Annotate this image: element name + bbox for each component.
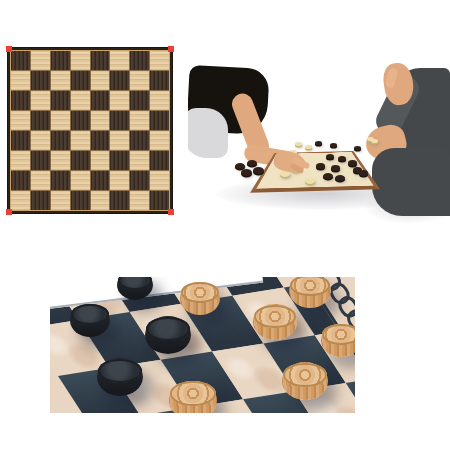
captured-dark-checker	[247, 160, 257, 166]
wood-checker-piece	[169, 381, 217, 414]
diagram-square-g8[interactable]	[130, 51, 149, 70]
red-corner-marker	[6, 209, 12, 215]
diagram-square-f1[interactable]	[110, 191, 129, 210]
light-checker	[305, 178, 315, 184]
diagram-square-d2[interactable]	[71, 171, 90, 190]
diagram-square-a7[interactable]	[11, 71, 30, 90]
diagram-square-a2[interactable]	[11, 171, 30, 190]
diagram-square-b3[interactable]	[31, 151, 50, 170]
diagram-square-f6[interactable]	[110, 91, 129, 110]
diagram-square-b1[interactable]	[31, 191, 50, 210]
page-root: { "game": "checkers (draughts)", "positi…	[0, 0, 450, 450]
diagram-square-a4[interactable]	[11, 131, 30, 150]
diagram-square-h5[interactable]	[150, 111, 169, 130]
diagram-square-h3[interactable]	[150, 151, 169, 170]
diagram-square-e8[interactable]	[91, 51, 110, 70]
diagram-square-a6[interactable]	[11, 91, 30, 110]
diagram-square-e7[interactable]	[91, 71, 110, 90]
diagram-square-c3[interactable]	[51, 151, 70, 170]
product-image-gameplay-photo[interactable]	[188, 62, 450, 228]
diagram-square-a8[interactable]	[11, 51, 30, 70]
red-corner-marker	[6, 46, 12, 52]
wood-checker-piece	[282, 362, 328, 400]
diagram-square-f8[interactable]	[110, 51, 129, 70]
diagram-square-b7[interactable]	[31, 71, 50, 90]
wood-checker-piece	[321, 324, 355, 357]
diagram-square-h7[interactable]	[150, 71, 169, 90]
diagram-square-a1[interactable]	[11, 191, 30, 210]
black-checker-piece	[145, 316, 191, 354]
diagram-square-h8[interactable]	[150, 51, 169, 70]
dark-checker	[330, 143, 337, 147]
light-checker-offboard	[371, 139, 378, 143]
gameplay-pieces-layer	[188, 62, 450, 228]
diagram-square-c4[interactable]	[51, 131, 70, 150]
diagram-square-g7[interactable]	[130, 71, 149, 90]
diagram-square-d5[interactable]	[71, 111, 90, 130]
captured-dark-checker	[241, 169, 252, 176]
dark-checker	[315, 141, 322, 145]
diagram-square-e1[interactable]	[91, 191, 110, 210]
diagram-square-f7[interactable]	[110, 71, 129, 90]
black-checker-piece	[70, 304, 110, 337]
diagram-square-b8[interactable]	[31, 51, 50, 70]
diagram-square-h4[interactable]	[150, 131, 169, 150]
product-image-closeup-photo[interactable]	[50, 277, 355, 413]
diagram-square-d8[interactable]	[71, 51, 90, 70]
diagram-square-h1[interactable]	[150, 191, 169, 210]
diagram-square-h2[interactable]	[150, 171, 169, 190]
diagram-square-g1[interactable]	[130, 191, 149, 210]
wood-checker-piece	[253, 304, 297, 340]
diagram-square-c2[interactable]	[51, 171, 70, 190]
diagram-square-d1[interactable]	[71, 191, 90, 210]
captured-dark-checker	[253, 167, 264, 174]
diagram-square-g4[interactable]	[130, 131, 149, 150]
diagram-square-d6[interactable]	[71, 91, 90, 110]
diagram-square-f2[interactable]	[110, 171, 129, 190]
red-corner-marker	[168, 209, 174, 215]
dark-checker	[331, 165, 340, 171]
diagram-square-g3[interactable]	[130, 151, 149, 170]
diagram-square-c8[interactable]	[51, 51, 70, 70]
diagram-square-e3[interactable]	[91, 151, 110, 170]
dark-checker	[359, 170, 368, 176]
diagram-square-f3[interactable]	[110, 151, 129, 170]
diagram-square-b4[interactable]	[31, 131, 50, 150]
diagram-square-e5[interactable]	[91, 111, 110, 130]
diagram-square-c5[interactable]	[51, 111, 70, 130]
diagram-square-d3[interactable]	[71, 151, 90, 170]
diagram-square-e2[interactable]	[91, 171, 110, 190]
diagram-square-e4[interactable]	[91, 131, 110, 150]
diagram-square-g6[interactable]	[130, 91, 149, 110]
diagram-square-a3[interactable]	[11, 151, 30, 170]
diagram-square-e6[interactable]	[91, 91, 110, 110]
diagram-square-b6[interactable]	[31, 91, 50, 110]
red-corner-marker	[168, 46, 174, 52]
dark-checker	[354, 146, 361, 150]
wood-checker-piece	[180, 282, 220, 315]
diagram-square-b2[interactable]	[31, 171, 50, 190]
diagram-square-d7[interactable]	[71, 71, 90, 90]
diagram-square-b5[interactable]	[31, 111, 50, 130]
diagram-square-g2[interactable]	[130, 171, 149, 190]
diagram-square-f4[interactable]	[110, 131, 129, 150]
product-image-empty-board[interactable]	[7, 47, 173, 214]
diagram-square-c7[interactable]	[51, 71, 70, 90]
dark-checker	[335, 175, 345, 181]
diagram-square-d4[interactable]	[71, 131, 90, 150]
diagram-square-c1[interactable]	[51, 191, 70, 210]
diagram-square-f5[interactable]	[110, 111, 129, 130]
dark-checker	[316, 163, 325, 169]
diagram-square-g5[interactable]	[130, 111, 149, 130]
checkers-board-grid	[11, 51, 169, 210]
captured-dark-checker	[235, 163, 245, 169]
diagram-square-c6[interactable]	[51, 91, 70, 110]
diagram-square-h6[interactable]	[150, 91, 169, 110]
light-checker	[295, 142, 302, 146]
black-checker-piece	[97, 358, 143, 396]
light-checker	[305, 145, 312, 149]
diagram-square-a5[interactable]	[11, 111, 30, 130]
dark-checker	[348, 160, 357, 166]
dark-checker	[326, 154, 334, 159]
dark-checker	[338, 156, 346, 161]
dark-checker	[323, 173, 333, 179]
